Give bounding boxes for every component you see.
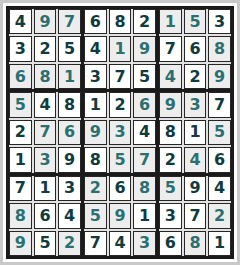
cell-r2c3[interactable]: 5 — [58, 36, 81, 61]
cell-r6c1[interactable]: 1 — [9, 147, 32, 172]
cell-r7c3[interactable]: 3 — [58, 176, 81, 201]
cell-r2c4[interactable]: 4 — [84, 36, 107, 61]
cell-r8c3[interactable]: 4 — [58, 203, 81, 228]
box-2-2: 126934857 — [84, 92, 156, 172]
cell-r7c8[interactable]: 9 — [184, 176, 207, 201]
cell-r5c7[interactable]: 8 — [159, 120, 182, 145]
cell-r5c6[interactable]: 4 — [133, 120, 156, 145]
cell-r4c7[interactable]: 9 — [159, 92, 182, 117]
cell-r6c7[interactable]: 2 — [159, 147, 182, 172]
cell-r4c9[interactable]: 7 — [208, 92, 231, 117]
cell-r6c3[interactable]: 9 — [58, 147, 81, 172]
cell-r2c9[interactable]: 8 — [208, 36, 231, 61]
cell-r3c2[interactable]: 8 — [34, 64, 57, 89]
cell-r8c6[interactable]: 1 — [133, 203, 156, 228]
cell-r5c8[interactable]: 1 — [184, 120, 207, 145]
cell-r8c1[interactable]: 8 — [9, 203, 32, 228]
cell-r7c9[interactable]: 4 — [208, 176, 231, 201]
cell-r9c3[interactable]: 2 — [58, 231, 81, 256]
cell-r5c3[interactable]: 6 — [58, 120, 81, 145]
cell-r7c4[interactable]: 2 — [84, 176, 107, 201]
cell-r3c9[interactable]: 9 — [208, 64, 231, 89]
cell-r8c4[interactable]: 5 — [84, 203, 107, 228]
cell-r1c8[interactable]: 5 — [184, 9, 207, 34]
box-1-1: 497325681 — [9, 9, 81, 89]
cell-r1c6[interactable]: 2 — [133, 9, 156, 34]
box-3-3: 594372681 — [159, 176, 231, 256]
cell-r8c8[interactable]: 7 — [184, 203, 207, 228]
cell-r3c3[interactable]: 1 — [58, 64, 81, 89]
cell-r3c5[interactable]: 7 — [109, 64, 132, 89]
cell-r3c6[interactable]: 5 — [133, 64, 156, 89]
sudoku-board: 4973256816824193751537684295482761391269… — [6, 6, 234, 259]
cell-r1c1[interactable]: 4 — [9, 9, 32, 34]
cell-r4c1[interactable]: 5 — [9, 92, 32, 117]
cell-r4c2[interactable]: 4 — [34, 92, 57, 117]
cell-r6c8[interactable]: 4 — [184, 147, 207, 172]
cell-r7c5[interactable]: 6 — [109, 176, 132, 201]
cell-r5c1[interactable]: 2 — [9, 120, 32, 145]
cell-r7c1[interactable]: 7 — [9, 176, 32, 201]
box-3-1: 713864952 — [9, 176, 81, 256]
cell-r7c6[interactable]: 8 — [133, 176, 156, 201]
cell-r1c4[interactable]: 6 — [84, 9, 107, 34]
cell-r2c2[interactable]: 2 — [34, 36, 57, 61]
cell-r9c1[interactable]: 9 — [9, 231, 32, 256]
cell-r8c9[interactable]: 2 — [208, 203, 231, 228]
box-2-1: 548276139 — [9, 92, 81, 172]
cell-r9c8[interactable]: 8 — [184, 231, 207, 256]
cell-r6c2[interactable]: 3 — [34, 147, 57, 172]
cell-r1c3[interactable]: 7 — [58, 9, 81, 34]
box-1-3: 153768429 — [159, 9, 231, 89]
box-3-2: 268591743 — [84, 176, 156, 256]
cell-r6c4[interactable]: 8 — [84, 147, 107, 172]
cell-r4c5[interactable]: 2 — [109, 92, 132, 117]
cell-r7c7[interactable]: 5 — [159, 176, 182, 201]
cell-r3c1[interactable]: 6 — [9, 64, 32, 89]
cell-r8c5[interactable]: 9 — [109, 203, 132, 228]
cell-r6c9[interactable]: 6 — [208, 147, 231, 172]
cell-r2c8[interactable]: 6 — [184, 36, 207, 61]
box-1-2: 682419375 — [84, 9, 156, 89]
cell-r3c4[interactable]: 3 — [84, 64, 107, 89]
cell-r9c6[interactable]: 3 — [133, 231, 156, 256]
cell-r4c3[interactable]: 8 — [58, 92, 81, 117]
cell-r5c5[interactable]: 3 — [109, 120, 132, 145]
cell-r1c7[interactable]: 1 — [159, 9, 182, 34]
cell-r2c1[interactable]: 3 — [9, 36, 32, 61]
cell-r5c2[interactable]: 7 — [34, 120, 57, 145]
cell-r4c8[interactable]: 3 — [184, 92, 207, 117]
cell-r7c2[interactable]: 1 — [34, 176, 57, 201]
cell-r8c2[interactable]: 6 — [34, 203, 57, 228]
cell-r4c6[interactable]: 6 — [133, 92, 156, 117]
cell-r9c5[interactable]: 4 — [109, 231, 132, 256]
cell-r9c9[interactable]: 1 — [208, 231, 231, 256]
cell-r6c6[interactable]: 7 — [133, 147, 156, 172]
cell-r2c5[interactable]: 1 — [109, 36, 132, 61]
cell-r4c4[interactable]: 1 — [84, 92, 107, 117]
cell-r3c8[interactable]: 2 — [184, 64, 207, 89]
cell-r2c6[interactable]: 9 — [133, 36, 156, 61]
cell-r1c9[interactable]: 3 — [208, 9, 231, 34]
cell-r9c4[interactable]: 7 — [84, 231, 107, 256]
cell-r2c7[interactable]: 7 — [159, 36, 182, 61]
cell-r5c9[interactable]: 5 — [208, 120, 231, 145]
cell-r3c7[interactable]: 4 — [159, 64, 182, 89]
cell-r9c2[interactable]: 5 — [34, 231, 57, 256]
cell-r5c4[interactable]: 9 — [84, 120, 107, 145]
cell-r6c5[interactable]: 5 — [109, 147, 132, 172]
cell-r1c5[interactable]: 8 — [109, 9, 132, 34]
page-frame: 4973256816824193751537684295482761391269… — [0, 0, 240, 265]
cell-r8c7[interactable]: 3 — [159, 203, 182, 228]
box-2-3: 937815246 — [159, 92, 231, 172]
cell-r1c2[interactable]: 9 — [34, 9, 57, 34]
cell-r9c7[interactable]: 6 — [159, 231, 182, 256]
